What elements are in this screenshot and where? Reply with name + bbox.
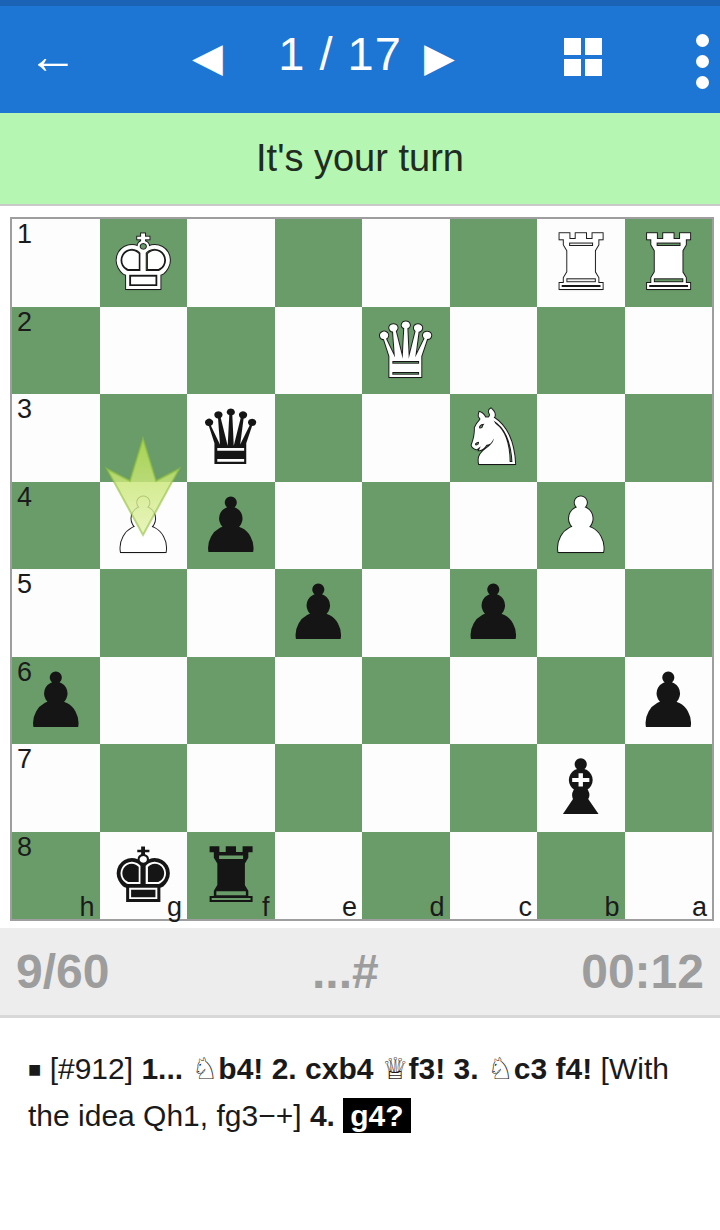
- status-bar-strip: [0, 0, 720, 6]
- rank-label-8: 8: [17, 832, 32, 863]
- white-rook[interactable]: ♜: [537, 219, 625, 307]
- board-area: 1♚♜♜2♛3♛♞4♟♟♟5♟♟6♟♟7♝8hg♚f♜edcba: [0, 206, 720, 928]
- square-b8[interactable]: b: [537, 832, 625, 920]
- square-f8[interactable]: f♜: [187, 832, 275, 920]
- white-pawn[interactable]: ♟: [537, 482, 625, 570]
- square-h6[interactable]: 6♟: [12, 657, 100, 745]
- file-label-d: d: [429, 892, 444, 923]
- square-f1[interactable]: [187, 219, 275, 307]
- square-f5[interactable]: [187, 569, 275, 657]
- square-b2[interactable]: [537, 307, 625, 395]
- progress-counter: 9/60: [16, 944, 109, 999]
- black-pawn[interactable]: ♟: [450, 569, 538, 657]
- square-c1[interactable]: [450, 219, 538, 307]
- square-c7[interactable]: [450, 744, 538, 832]
- square-c2[interactable]: [450, 307, 538, 395]
- square-c6[interactable]: [450, 657, 538, 745]
- square-a3[interactable]: [625, 394, 713, 482]
- square-d8[interactable]: d: [362, 832, 450, 920]
- status-row: 9/60 ...# 00:12: [0, 928, 720, 1018]
- chess-board: 1♚♜♜2♛3♛♞4♟♟♟5♟♟6♟♟7♝8hg♚f♜edcba: [10, 217, 714, 921]
- turn-banner: It's your turn: [0, 113, 720, 206]
- square-c8[interactable]: c: [450, 832, 538, 920]
- file-label-f: f: [262, 892, 270, 923]
- square-d6[interactable]: [362, 657, 450, 745]
- rank-label-3: 3: [17, 394, 32, 425]
- white-pawn[interactable]: ♟: [100, 482, 188, 570]
- notation-bullet: ■: [28, 1057, 41, 1082]
- square-d3[interactable]: [362, 394, 450, 482]
- square-h7[interactable]: 7: [12, 744, 100, 832]
- timer: 00:12: [581, 944, 704, 999]
- puzzle-id: [#912]: [50, 1052, 133, 1085]
- file-label-c: c: [519, 892, 533, 923]
- square-h2[interactable]: 2: [12, 307, 100, 395]
- square-f4[interactable]: ♟: [187, 482, 275, 570]
- next-puzzle-icon[interactable]: ▶: [424, 33, 455, 81]
- white-knight[interactable]: ♞: [450, 394, 538, 482]
- rank-label-7: 7: [17, 744, 32, 775]
- square-a7[interactable]: [625, 744, 713, 832]
- file-label-h: h: [79, 892, 94, 923]
- square-f3[interactable]: ♛: [187, 394, 275, 482]
- overflow-menu-icon[interactable]: [696, 34, 709, 89]
- file-label-g: g: [167, 892, 182, 923]
- black-pawn[interactable]: ♟: [187, 482, 275, 570]
- square-h3[interactable]: 3: [12, 394, 100, 482]
- square-h8[interactable]: 8h: [12, 832, 100, 920]
- square-b4[interactable]: ♟: [537, 482, 625, 570]
- square-g3[interactable]: [100, 394, 188, 482]
- square-d7[interactable]: [362, 744, 450, 832]
- file-label-a: a: [692, 892, 707, 923]
- square-e5[interactable]: ♟: [275, 569, 363, 657]
- top-app-bar: ← ◀ 1 / 17 ▶: [0, 0, 720, 113]
- square-e4[interactable]: [275, 482, 363, 570]
- current-move-number[interactable]: 4.: [310, 1099, 335, 1132]
- square-b7[interactable]: ♝: [537, 744, 625, 832]
- rank-label-5: 5: [17, 569, 32, 600]
- square-a1[interactable]: ♜: [625, 219, 713, 307]
- square-e2[interactable]: [275, 307, 363, 395]
- square-d5[interactable]: [362, 569, 450, 657]
- square-f7[interactable]: [187, 744, 275, 832]
- rank-label-4: 4: [17, 482, 32, 513]
- square-e6[interactable]: [275, 657, 363, 745]
- square-c5[interactable]: ♟: [450, 569, 538, 657]
- puzzle-counter: 1 / 17: [245, 26, 435, 81]
- square-g4[interactable]: ♟: [100, 482, 188, 570]
- rank-label-6: 6: [17, 657, 32, 688]
- back-icon[interactable]: ←: [28, 26, 78, 86]
- black-pawn[interactable]: ♟: [275, 569, 363, 657]
- square-h4[interactable]: 4: [12, 482, 100, 570]
- square-a8[interactable]: a: [625, 832, 713, 920]
- square-c3[interactable]: ♞: [450, 394, 538, 482]
- square-d1[interactable]: [362, 219, 450, 307]
- rank-label-1: 1: [17, 219, 32, 250]
- square-g5[interactable]: [100, 569, 188, 657]
- square-g1[interactable]: ♚: [100, 219, 188, 307]
- square-h1[interactable]: 1: [12, 219, 100, 307]
- white-queen[interactable]: ♛: [362, 307, 450, 395]
- puzzle-list-grid-icon[interactable]: [564, 38, 602, 76]
- rank-label-2: 2: [17, 307, 32, 338]
- turn-banner-text: It's your turn: [256, 137, 464, 180]
- file-label-e: e: [342, 892, 357, 923]
- file-label-b: b: [604, 892, 619, 923]
- black-bishop[interactable]: ♝: [537, 744, 625, 832]
- square-h5[interactable]: 5: [12, 569, 100, 657]
- square-d4[interactable]: [362, 482, 450, 570]
- square-b5[interactable]: [537, 569, 625, 657]
- square-a2[interactable]: [625, 307, 713, 395]
- objective-label: ...#: [312, 944, 379, 999]
- square-b1[interactable]: ♜: [537, 219, 625, 307]
- square-e1[interactable]: [275, 219, 363, 307]
- square-g2[interactable]: [100, 307, 188, 395]
- black-pawn[interactable]: ♟: [625, 657, 713, 745]
- square-e8[interactable]: e: [275, 832, 363, 920]
- square-c4[interactable]: [450, 482, 538, 570]
- square-b6[interactable]: [537, 657, 625, 745]
- square-b3[interactable]: [537, 394, 625, 482]
- square-d2[interactable]: ♛: [362, 307, 450, 395]
- square-g7[interactable]: [100, 744, 188, 832]
- current-move-highlighted[interactable]: g4?: [343, 1098, 410, 1133]
- black-queen[interactable]: ♛: [187, 394, 275, 482]
- move-list[interactable]: 1... ♘b4! 2. cxb4 ♕f3! 3. ♘c3 f4!: [141, 1052, 592, 1085]
- square-a4[interactable]: [625, 482, 713, 570]
- square-e7[interactable]: [275, 744, 363, 832]
- square-e3[interactable]: [275, 394, 363, 482]
- notation-panel: ■ [#912] 1... ♘b4! 2. cxb4 ♕f3! 3. ♘c3 f…: [0, 1018, 720, 1139]
- white-rook[interactable]: ♜: [625, 219, 713, 307]
- square-g6[interactable]: [100, 657, 188, 745]
- previous-puzzle-icon[interactable]: ◀: [192, 33, 223, 81]
- white-king[interactable]: ♚: [100, 219, 188, 307]
- square-g8[interactable]: g♚: [100, 832, 188, 920]
- square-f2[interactable]: [187, 307, 275, 395]
- square-a5[interactable]: [625, 569, 713, 657]
- square-f6[interactable]: [187, 657, 275, 745]
- square-a6[interactable]: ♟: [625, 657, 713, 745]
